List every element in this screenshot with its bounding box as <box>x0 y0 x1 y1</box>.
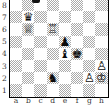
square-g7[interactable] <box>83 11 95 23</box>
square-a7[interactable] <box>10 11 22 23</box>
square-a1[interactable] <box>10 84 22 96</box>
square-g8[interactable] <box>83 0 95 11</box>
square-h7[interactable] <box>95 11 107 23</box>
file-label-a: a <box>10 96 22 105</box>
square-a8[interactable] <box>10 0 22 11</box>
square-e8[interactable] <box>59 0 71 11</box>
rank-label-6: 6 <box>1 23 8 35</box>
square-g2[interactable]: ♙ <box>83 72 95 84</box>
piece-white-pawn: ♙ <box>84 72 95 84</box>
square-c3[interactable] <box>34 60 46 72</box>
square-a2[interactable] <box>10 72 22 84</box>
square-h6[interactable] <box>95 23 107 35</box>
square-d2[interactable]: ♞ <box>47 72 59 84</box>
square-b1[interactable] <box>22 84 34 96</box>
piece-black-king: ♚ <box>72 48 83 60</box>
square-d3[interactable] <box>47 60 59 72</box>
square-h3[interactable]: ♙ <box>95 60 107 72</box>
square-f4[interactable]: ♚ <box>71 48 83 60</box>
rank-label-3: 3 <box>1 60 8 72</box>
square-c6[interactable] <box>34 23 46 35</box>
chess-board: ♛♕♖♟♝♚♙♞♙♔ <box>9 0 109 98</box>
square-h1[interactable] <box>95 84 107 96</box>
square-d1[interactable] <box>47 84 59 96</box>
piece-black-knight: ♞ <box>47 72 58 84</box>
square-e2[interactable] <box>59 72 71 84</box>
file-label-h: h <box>95 96 107 105</box>
piece-black-pawn: ♟ <box>59 36 70 48</box>
file-label-g: g <box>83 96 95 105</box>
file-label-e: e <box>59 96 71 105</box>
file-label-f: f <box>71 96 83 105</box>
square-b7[interactable]: ♛ <box>22 11 34 23</box>
square-e3[interactable] <box>59 60 71 72</box>
square-c5[interactable] <box>34 36 46 48</box>
rank-label-2: 2 <box>1 72 8 84</box>
square-d4[interactable] <box>47 48 59 60</box>
square-e5[interactable]: ♟ <box>59 36 71 48</box>
square-g3[interactable] <box>83 60 95 72</box>
square-b4[interactable] <box>22 48 34 60</box>
square-d6[interactable]: ♖ <box>47 23 59 35</box>
square-a6[interactable] <box>10 23 22 35</box>
square-d8[interactable] <box>47 0 59 11</box>
rank-label-4: 4 <box>1 48 8 60</box>
square-b5[interactable] <box>22 36 34 48</box>
square-f7[interactable] <box>71 11 83 23</box>
square-b3[interactable] <box>22 60 34 72</box>
square-h8[interactable] <box>95 0 107 11</box>
rank-label-5: 5 <box>1 36 8 48</box>
square-f6[interactable] <box>71 23 83 35</box>
piece-black-bishop: ♝ <box>59 48 70 60</box>
square-e4[interactable]: ♝ <box>59 48 71 60</box>
square-f5[interactable] <box>71 36 83 48</box>
file-label-c: c <box>34 96 46 105</box>
rank-label-8: 8 <box>1 0 8 11</box>
square-g1[interactable] <box>83 84 95 96</box>
piece-white-king: ♔ <box>96 72 107 84</box>
square-d7[interactable] <box>47 11 59 23</box>
square-c7[interactable] <box>34 11 46 23</box>
square-h4[interactable] <box>95 48 107 60</box>
piece-white-queen: ♕ <box>23 23 34 35</box>
square-f2[interactable] <box>71 72 83 84</box>
square-b2[interactable] <box>22 72 34 84</box>
square-f1[interactable] <box>71 84 83 96</box>
square-h5[interactable] <box>95 36 107 48</box>
square-c4[interactable] <box>34 48 46 60</box>
square-a5[interactable] <box>10 36 22 48</box>
cropped-piece-artifact <box>32 0 40 3</box>
square-c1[interactable] <box>34 84 46 96</box>
square-e6[interactable] <box>59 23 71 35</box>
chess-diagram: ♛♕♖♟♝♚♙♞♙♔ 87654321 abcdefgh <box>0 0 111 106</box>
square-a3[interactable] <box>10 60 22 72</box>
square-h2[interactable]: ♔ <box>95 72 107 84</box>
square-f3[interactable] <box>71 60 83 72</box>
rank-label-7: 7 <box>1 11 8 23</box>
file-label-d: d <box>47 96 59 105</box>
rank-label-1: 1 <box>1 84 8 96</box>
square-f8[interactable] <box>71 0 83 11</box>
piece-white-rook: ♖ <box>47 23 58 35</box>
square-b6[interactable]: ♕ <box>22 23 34 35</box>
piece-black-queen: ♛ <box>23 11 34 23</box>
square-e7[interactable] <box>59 11 71 23</box>
square-d5[interactable] <box>47 36 59 48</box>
square-c2[interactable] <box>34 72 46 84</box>
square-g6[interactable] <box>83 23 95 35</box>
square-g5[interactable] <box>83 36 95 48</box>
file-label-b: b <box>22 96 34 105</box>
square-a4[interactable] <box>10 48 22 60</box>
piece-white-pawn: ♙ <box>96 60 107 72</box>
square-e1[interactable] <box>59 84 71 96</box>
square-g4[interactable] <box>83 48 95 60</box>
